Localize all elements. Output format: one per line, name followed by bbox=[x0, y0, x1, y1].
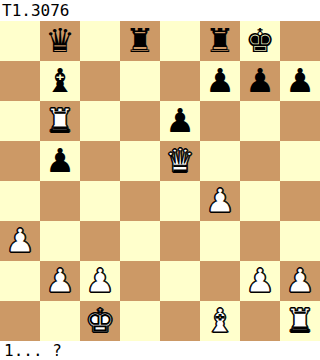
square-g6[interactable] bbox=[240, 101, 280, 141]
square-a5[interactable] bbox=[0, 141, 40, 181]
square-c8[interactable] bbox=[80, 21, 120, 61]
black-queen-piece: ♛ bbox=[45, 21, 75, 61]
square-c7[interactable] bbox=[80, 61, 120, 101]
square-d7[interactable] bbox=[120, 61, 160, 101]
square-g5[interactable] bbox=[240, 141, 280, 181]
move-prompt: 1... ? bbox=[0, 341, 320, 360]
square-h2[interactable]: ♟ bbox=[280, 261, 320, 301]
square-d6[interactable] bbox=[120, 101, 160, 141]
black-pawn-piece: ♟ bbox=[205, 61, 235, 101]
square-f5[interactable] bbox=[200, 141, 240, 181]
square-h1[interactable]: ♜ bbox=[280, 301, 320, 341]
square-e5[interactable]: ♛ bbox=[160, 141, 200, 181]
white-pawn-piece: ♟ bbox=[45, 261, 75, 301]
square-h6[interactable] bbox=[280, 101, 320, 141]
white-pawn-piece: ♟ bbox=[5, 221, 35, 261]
square-h8[interactable] bbox=[280, 21, 320, 61]
square-g8[interactable]: ♚ bbox=[240, 21, 280, 61]
square-b2[interactable]: ♟ bbox=[40, 261, 80, 301]
square-a2[interactable] bbox=[0, 261, 40, 301]
square-b4[interactable] bbox=[40, 181, 80, 221]
square-c6[interactable] bbox=[80, 101, 120, 141]
square-e2[interactable] bbox=[160, 261, 200, 301]
diagram-title: T1.3076 bbox=[0, 0, 320, 21]
square-f8[interactable]: ♜ bbox=[200, 21, 240, 61]
black-bishop-piece: ♝ bbox=[45, 61, 75, 101]
square-a6[interactable] bbox=[0, 101, 40, 141]
square-f1[interactable]: ♝ bbox=[200, 301, 240, 341]
square-e7[interactable] bbox=[160, 61, 200, 101]
square-d3[interactable] bbox=[120, 221, 160, 261]
square-a4[interactable] bbox=[0, 181, 40, 221]
square-b7[interactable]: ♝ bbox=[40, 61, 80, 101]
square-b8[interactable]: ♛ bbox=[40, 21, 80, 61]
black-king-piece: ♚ bbox=[245, 21, 275, 61]
white-pawn-piece: ♟ bbox=[285, 261, 315, 301]
square-f3[interactable] bbox=[200, 221, 240, 261]
square-e6[interactable]: ♟ bbox=[160, 101, 200, 141]
square-d1[interactable] bbox=[120, 301, 160, 341]
white-pawn-piece: ♟ bbox=[85, 261, 115, 301]
square-c2[interactable]: ♟ bbox=[80, 261, 120, 301]
white-queen-piece: ♛ bbox=[165, 141, 195, 181]
square-a7[interactable] bbox=[0, 61, 40, 101]
square-a8[interactable] bbox=[0, 21, 40, 61]
square-f4[interactable]: ♟ bbox=[200, 181, 240, 221]
square-f6[interactable] bbox=[200, 101, 240, 141]
square-e8[interactable] bbox=[160, 21, 200, 61]
square-a1[interactable] bbox=[0, 301, 40, 341]
white-pawn-piece: ♟ bbox=[205, 181, 235, 221]
square-d5[interactable] bbox=[120, 141, 160, 181]
square-g7[interactable]: ♟ bbox=[240, 61, 280, 101]
black-pawn-piece: ♟ bbox=[165, 101, 195, 141]
square-f7[interactable]: ♟ bbox=[200, 61, 240, 101]
white-pawn-piece: ♟ bbox=[245, 261, 275, 301]
square-h7[interactable]: ♟ bbox=[280, 61, 320, 101]
white-bishop-piece: ♝ bbox=[205, 301, 235, 341]
square-h5[interactable] bbox=[280, 141, 320, 181]
square-e3[interactable] bbox=[160, 221, 200, 261]
square-g2[interactable]: ♟ bbox=[240, 261, 280, 301]
square-e1[interactable] bbox=[160, 301, 200, 341]
black-rook-piece: ♜ bbox=[125, 21, 155, 61]
square-f2[interactable] bbox=[200, 261, 240, 301]
white-rook-piece: ♜ bbox=[45, 101, 75, 141]
black-pawn-piece: ♟ bbox=[285, 61, 315, 101]
square-g3[interactable] bbox=[240, 221, 280, 261]
square-b3[interactable] bbox=[40, 221, 80, 261]
black-rook-piece: ♜ bbox=[205, 21, 235, 61]
square-g1[interactable] bbox=[240, 301, 280, 341]
square-b1[interactable] bbox=[40, 301, 80, 341]
square-c5[interactable] bbox=[80, 141, 120, 181]
square-d8[interactable]: ♜ bbox=[120, 21, 160, 61]
square-g4[interactable] bbox=[240, 181, 280, 221]
square-d4[interactable] bbox=[120, 181, 160, 221]
square-c1[interactable]: ♚ bbox=[80, 301, 120, 341]
square-h4[interactable] bbox=[280, 181, 320, 221]
black-pawn-piece: ♟ bbox=[45, 141, 75, 181]
square-c3[interactable] bbox=[80, 221, 120, 261]
square-b6[interactable]: ♜ bbox=[40, 101, 80, 141]
square-b5[interactable]: ♟ bbox=[40, 141, 80, 181]
square-h3[interactable] bbox=[280, 221, 320, 261]
white-king-piece: ♚ bbox=[85, 301, 115, 341]
square-e4[interactable] bbox=[160, 181, 200, 221]
white-rook-piece: ♜ bbox=[285, 301, 315, 341]
chess-board: ♛♜♜♚♝♟♟♟♜♟♟♛♟♟♟♟♟♟♚♝♜ bbox=[0, 21, 320, 341]
square-c4[interactable] bbox=[80, 181, 120, 221]
square-a3[interactable]: ♟ bbox=[0, 221, 40, 261]
black-pawn-piece: ♟ bbox=[245, 61, 275, 101]
square-d2[interactable] bbox=[120, 261, 160, 301]
